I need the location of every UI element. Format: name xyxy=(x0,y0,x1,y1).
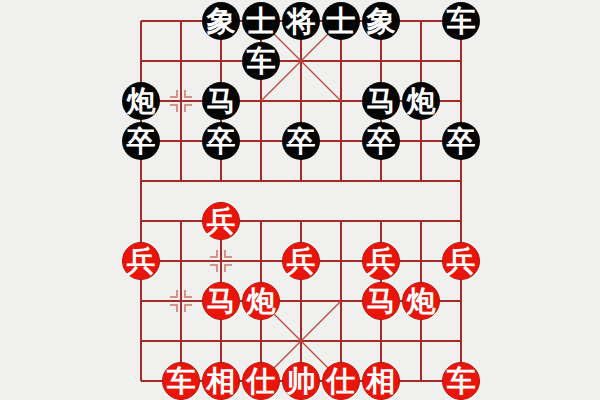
red-piece[interactable]: 马 xyxy=(362,282,400,320)
red-piece[interactable]: 相 xyxy=(202,362,240,400)
board-point: 马 xyxy=(361,281,401,321)
xiangqi-screen: 象士将士象车车炮马马炮卒卒卒卒卒兵兵兵兵兵马炮马炮车相仕帅仕相车 xyxy=(0,0,600,400)
red-piece[interactable]: 兵 xyxy=(202,202,240,240)
red-piece[interactable]: 仕 xyxy=(242,362,280,400)
board-point: 兵 xyxy=(361,241,401,281)
board-point: 马 xyxy=(361,81,401,121)
black-piece[interactable]: 马 xyxy=(202,82,240,120)
black-piece[interactable]: 卒 xyxy=(202,122,240,160)
board-point: 相 xyxy=(361,361,401,400)
black-piece[interactable]: 车 xyxy=(442,2,480,40)
board-point: 马 xyxy=(201,281,241,321)
board-point: 兵 xyxy=(201,201,241,241)
black-piece[interactable]: 将 xyxy=(282,2,320,40)
red-piece[interactable]: 相 xyxy=(362,362,400,400)
board-point: 炮 xyxy=(241,281,281,321)
board-point: 士 xyxy=(241,1,281,41)
board-point: 车 xyxy=(441,361,481,400)
red-piece[interactable]: 兵 xyxy=(282,242,320,280)
black-piece[interactable]: 卒 xyxy=(362,122,400,160)
black-piece[interactable]: 卒 xyxy=(442,122,480,160)
black-piece[interactable]: 象 xyxy=(362,2,400,40)
black-piece[interactable]: 士 xyxy=(322,2,360,40)
board-point: 马 xyxy=(201,81,241,121)
red-piece[interactable]: 车 xyxy=(442,362,480,400)
black-piece[interactable]: 马 xyxy=(362,82,400,120)
board-point: 象 xyxy=(361,1,401,41)
red-piece[interactable]: 兵 xyxy=(122,242,160,280)
board-point: 相 xyxy=(201,361,241,400)
red-piece[interactable]: 兵 xyxy=(442,242,480,280)
board-point: 兵 xyxy=(441,241,481,281)
red-piece[interactable]: 兵 xyxy=(362,242,400,280)
board-point: 卒 xyxy=(441,121,481,161)
black-piece[interactable]: 炮 xyxy=(402,82,440,120)
red-piece[interactable]: 炮 xyxy=(242,282,280,320)
board-point: 车 xyxy=(441,1,481,41)
board-point: 象 xyxy=(201,1,241,41)
board-point: 炮 xyxy=(121,81,161,121)
board-point: 兵 xyxy=(281,241,321,281)
xiangqi-board[interactable]: 象士将士象车车炮马马炮卒卒卒卒卒兵兵兵兵兵马炮马炮车相仕帅仕相车 xyxy=(121,1,481,400)
black-piece[interactable]: 车 xyxy=(242,42,280,80)
board-point: 卒 xyxy=(121,121,161,161)
board-point: 仕 xyxy=(241,361,281,400)
board-point: 仕 xyxy=(321,361,361,400)
red-piece[interactable]: 车 xyxy=(162,362,200,400)
board-point: 士 xyxy=(321,1,361,41)
black-piece[interactable]: 士 xyxy=(242,2,280,40)
board-point: 兵 xyxy=(121,241,161,281)
board-point: 卒 xyxy=(201,121,241,161)
red-piece[interactable]: 马 xyxy=(202,282,240,320)
red-piece[interactable]: 炮 xyxy=(402,282,440,320)
black-piece[interactable]: 卒 xyxy=(122,122,160,160)
black-piece[interactable]: 炮 xyxy=(122,82,160,120)
board-point: 车 xyxy=(161,361,201,400)
board-point: 炮 xyxy=(401,281,441,321)
board-point: 帅 xyxy=(281,361,321,400)
board-point: 卒 xyxy=(361,121,401,161)
red-piece[interactable]: 仕 xyxy=(322,362,360,400)
board-point: 车 xyxy=(241,41,281,81)
board-point: 炮 xyxy=(401,81,441,121)
black-piece[interactable]: 象 xyxy=(202,2,240,40)
red-piece[interactable]: 帅 xyxy=(282,362,320,400)
board-point: 将 xyxy=(281,1,321,41)
board-point: 卒 xyxy=(281,121,321,161)
black-piece[interactable]: 卒 xyxy=(282,122,320,160)
